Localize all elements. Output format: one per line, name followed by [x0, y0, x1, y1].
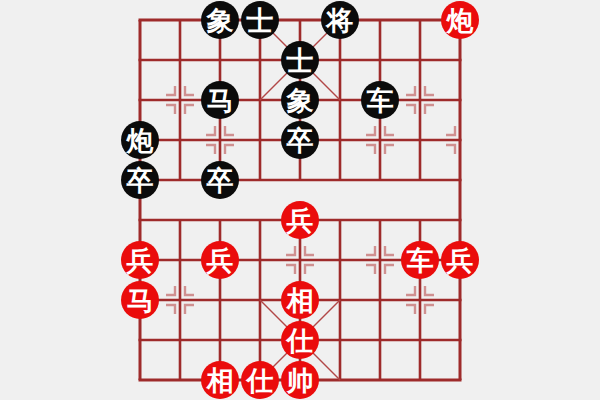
piece-black-soldier[interactable]: 卒 [201, 161, 239, 199]
piece-red-horse[interactable]: 马 [121, 281, 159, 319]
piece-black-elephant[interactable]: 象 [281, 81, 319, 119]
point-marker [305, 265, 314, 274]
point-marker [366, 265, 375, 274]
piece-black-advisor[interactable]: 士 [281, 41, 319, 79]
piece-black-cannon[interactable]: 炮 [121, 121, 159, 159]
point-marker [366, 126, 375, 135]
point-marker [225, 126, 234, 135]
piece-black-soldier[interactable]: 卒 [281, 121, 319, 159]
point-marker [366, 246, 375, 255]
piece-red-advisor[interactable]: 仕 [281, 321, 319, 359]
point-marker [385, 246, 394, 255]
xiangqi-app: 象士将炮士马象车炮卒卒卒兵兵兵车兵马相仕相仕帅 [0, 0, 600, 400]
point-marker [305, 246, 314, 255]
point-marker [406, 86, 415, 95]
point-marker [446, 145, 455, 154]
point-marker [425, 86, 434, 95]
point-marker [166, 305, 175, 314]
piece-black-general[interactable]: 将 [321, 1, 359, 39]
piece-black-advisor[interactable]: 士 [241, 1, 279, 39]
piece-red-cannon[interactable]: 炮 [441, 1, 479, 39]
piece-black-chariot[interactable]: 车 [361, 81, 399, 119]
point-marker [166, 105, 175, 114]
piece-red-advisor[interactable]: 仕 [241, 361, 279, 399]
point-marker [166, 286, 175, 295]
piece-red-elephant[interactable]: 相 [201, 361, 239, 399]
point-marker [406, 286, 415, 295]
point-marker [425, 286, 434, 295]
point-marker [206, 145, 215, 154]
point-marker [406, 305, 415, 314]
point-marker [185, 105, 194, 114]
point-marker [446, 126, 455, 135]
point-marker [425, 305, 434, 314]
point-marker [286, 265, 295, 274]
piece-red-soldier[interactable]: 兵 [441, 241, 479, 279]
point-marker [366, 145, 375, 154]
point-marker [425, 105, 434, 114]
piece-red-elephant[interactable]: 相 [281, 281, 319, 319]
point-marker [185, 305, 194, 314]
piece-black-horse[interactable]: 马 [201, 81, 239, 119]
point-marker [286, 246, 295, 255]
point-marker [166, 86, 175, 95]
point-marker [185, 286, 194, 295]
piece-black-elephant[interactable]: 象 [201, 1, 239, 39]
piece-red-soldier[interactable]: 兵 [121, 241, 159, 279]
point-marker [385, 265, 394, 274]
piece-red-soldier[interactable]: 兵 [281, 201, 319, 239]
point-marker [185, 86, 194, 95]
point-marker [406, 105, 415, 114]
piece-red-king[interactable]: 帅 [281, 361, 319, 399]
piece-red-chariot[interactable]: 车 [401, 241, 439, 279]
point-marker [385, 126, 394, 135]
piece-black-soldier[interactable]: 卒 [121, 161, 159, 199]
point-marker [206, 126, 215, 135]
piece-red-soldier[interactable]: 兵 [201, 241, 239, 279]
point-marker [385, 145, 394, 154]
point-marker [225, 145, 234, 154]
